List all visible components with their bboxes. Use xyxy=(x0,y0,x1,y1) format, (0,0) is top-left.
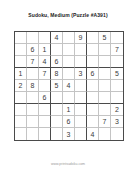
cell-r6c6 xyxy=(75,92,87,104)
cell-r3c6 xyxy=(75,56,87,68)
cell-r6c5 xyxy=(63,92,75,104)
cell-r4c8 xyxy=(99,68,111,80)
page-title: Sudoku, Medium (Puzzle #A391) xyxy=(0,12,136,18)
cell-r5c3 xyxy=(39,80,51,92)
cell-r7c5: 1 xyxy=(63,104,75,116)
cell-r6c7 xyxy=(87,92,99,104)
cell-r3c8 xyxy=(99,56,111,68)
cell-r2c3: 1 xyxy=(39,44,51,56)
cell-r8c1 xyxy=(15,116,27,128)
cell-r3c4: 6 xyxy=(51,56,63,68)
cell-r1c6: 9 xyxy=(75,32,87,44)
cell-r5c1: 2 xyxy=(15,80,27,92)
cell-r9c5: 3 xyxy=(63,128,75,140)
cell-r2c1 xyxy=(15,44,27,56)
cell-r9c8 xyxy=(99,128,111,140)
cell-r4c9: 5 xyxy=(111,68,123,80)
cell-r4c1: 1 xyxy=(15,68,27,80)
cell-r9c7: 4 xyxy=(87,128,99,140)
cell-r8c9: 3 xyxy=(111,116,123,128)
cell-r3c5 xyxy=(63,56,75,68)
cell-r5c7 xyxy=(87,80,99,92)
cell-r7c4 xyxy=(51,104,63,116)
cell-r9c4 xyxy=(51,128,63,140)
cell-r5c4: 5 xyxy=(51,80,63,92)
cell-r2c2: 6 xyxy=(27,44,39,56)
cell-r5c9 xyxy=(111,80,123,92)
sudoku-board: 495617746178365285461267334 xyxy=(14,31,124,141)
cell-r8c8: 7 xyxy=(99,116,111,128)
cell-r7c3 xyxy=(39,104,51,116)
cell-r7c8 xyxy=(99,104,111,116)
cell-r7c2 xyxy=(27,104,39,116)
cell-r4c2 xyxy=(27,68,39,80)
cell-r8c5: 6 xyxy=(63,116,75,128)
cell-r8c3 xyxy=(39,116,51,128)
cell-r9c6 xyxy=(75,128,87,140)
cell-r2c5 xyxy=(63,44,75,56)
cell-r3c7 xyxy=(87,56,99,68)
cell-r1c3 xyxy=(39,32,51,44)
printable-sudoku-page: Sudoku, Medium (Puzzle #A391) 4956177461… xyxy=(0,0,136,176)
cell-r6c1 xyxy=(15,92,27,104)
cell-r4c7: 6 xyxy=(87,68,99,80)
cell-r7c6 xyxy=(75,104,87,116)
footer-url: www.printsudoku.com xyxy=(0,162,136,166)
cell-r8c2 xyxy=(27,116,39,128)
cell-r2c7 xyxy=(87,44,99,56)
cell-r6c9 xyxy=(111,92,123,104)
cell-r3c2: 7 xyxy=(27,56,39,68)
cell-r4c4: 8 xyxy=(51,68,63,80)
cell-r6c3: 6 xyxy=(39,92,51,104)
cell-r5c5: 4 xyxy=(63,80,75,92)
cell-r4c3: 7 xyxy=(39,68,51,80)
cell-r2c6 xyxy=(75,44,87,56)
cell-r4c5 xyxy=(63,68,75,80)
cell-r1c7 xyxy=(87,32,99,44)
cell-r1c8: 5 xyxy=(99,32,111,44)
cell-r3c3: 4 xyxy=(39,56,51,68)
cell-r3c9 xyxy=(111,56,123,68)
cell-r9c9 xyxy=(111,128,123,140)
cell-r3c1 xyxy=(15,56,27,68)
cell-r8c7 xyxy=(87,116,99,128)
cell-r5c2: 8 xyxy=(27,80,39,92)
cell-r1c4: 4 xyxy=(51,32,63,44)
cell-r9c1 xyxy=(15,128,27,140)
cell-r1c5 xyxy=(63,32,75,44)
cell-r8c6 xyxy=(75,116,87,128)
cell-r1c2 xyxy=(27,32,39,44)
cell-r2c8 xyxy=(99,44,111,56)
cell-r5c6 xyxy=(75,80,87,92)
cell-r8c4 xyxy=(51,116,63,128)
cell-r6c8 xyxy=(99,92,111,104)
cell-r2c9: 7 xyxy=(111,44,123,56)
cell-r2c4 xyxy=(51,44,63,56)
cell-r1c1 xyxy=(15,32,27,44)
cell-r7c7 xyxy=(87,104,99,116)
cell-r7c9: 2 xyxy=(111,104,123,116)
cell-r6c2 xyxy=(27,92,39,104)
cell-r9c3 xyxy=(39,128,51,140)
cell-r1c9 xyxy=(111,32,123,44)
cell-r4c6: 3 xyxy=(75,68,87,80)
cell-r6c4 xyxy=(51,92,63,104)
cell-r7c1 xyxy=(15,104,27,116)
cell-r9c2 xyxy=(27,128,39,140)
cell-r5c8 xyxy=(99,80,111,92)
